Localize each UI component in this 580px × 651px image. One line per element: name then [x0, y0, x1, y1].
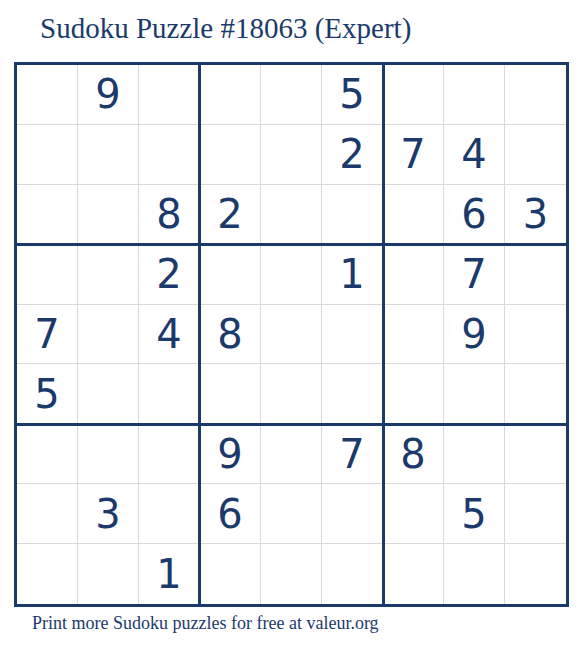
cell-r9c1[interactable] [17, 544, 78, 604]
cell-r3c3: 8 [139, 185, 200, 245]
cell-r9c3: 1 [139, 544, 200, 604]
cell-r1c2: 9 [78, 65, 139, 125]
cell-r6c6[interactable] [322, 364, 383, 424]
cell-r2c7: 7 [383, 125, 444, 185]
cell-r1c1[interactable] [17, 65, 78, 125]
cell-r7c7: 8 [383, 424, 444, 484]
cell-r1c6: 5 [322, 65, 383, 125]
cell-r4c5[interactable] [261, 245, 322, 305]
cell-r8c3[interactable] [139, 484, 200, 544]
cell-r4c9[interactable] [505, 245, 566, 305]
footer-caption: Print more Sudoku puzzles for free at va… [32, 613, 379, 634]
cell-r7c8[interactable] [444, 424, 505, 484]
cell-r9c7[interactable] [383, 544, 444, 604]
cell-r6c7[interactable] [383, 364, 444, 424]
cell-r9c9 [505, 544, 566, 604]
cell-r3c5[interactable] [261, 185, 322, 245]
cell-r7c1[interactable] [17, 424, 78, 484]
cell-r7c5[interactable] [261, 424, 322, 484]
cell-r8c6[interactable] [322, 484, 383, 544]
cell-r6c4[interactable] [200, 364, 261, 424]
cell-r5c3: 4 [139, 305, 200, 365]
cell-r5c1: 7 [17, 305, 78, 365]
cell-r8c8: 5 [444, 484, 505, 544]
cell-r3c1[interactable] [17, 185, 78, 245]
cell-r7c9[interactable] [505, 424, 566, 484]
cell-r1c9[interactable] [505, 65, 566, 125]
cell-r8c7[interactable] [383, 484, 444, 544]
cell-r2c9[interactable] [505, 125, 566, 185]
cell-r2c3[interactable] [139, 125, 200, 185]
cell-r5c8: 9 [444, 305, 505, 365]
cell-r4c1[interactable] [17, 245, 78, 305]
cell-r1c8[interactable] [444, 65, 505, 125]
cell-r8c1[interactable] [17, 484, 78, 544]
cell-r8c2: 3 [78, 484, 139, 544]
sudoku-board: 952748263217748959783651 [14, 62, 569, 607]
cell-r3c7[interactable] [383, 185, 444, 245]
cell-r2c1[interactable] [17, 125, 78, 185]
page-title: Sudoku Puzzle #18063 (Expert) [40, 12, 411, 45]
sudoku-print-page: Sudoku Puzzle #18063 (Expert) 9527482632… [0, 0, 580, 651]
cell-r6c5[interactable] [261, 364, 322, 424]
cell-r5c6[interactable] [322, 305, 383, 365]
cell-r6c1: 5 [17, 364, 78, 424]
cell-r2c6: 2 [322, 125, 383, 185]
cell-r1c7[interactable] [383, 65, 444, 125]
cell-r3c6[interactable] [322, 185, 383, 245]
cell-r1c5[interactable] [261, 65, 322, 125]
cell-r4c6: 1 [322, 245, 383, 305]
cell-r9c8[interactable] [444, 544, 505, 604]
cell-r4c3: 2 [139, 245, 200, 305]
cell-r7c4: 9 [200, 424, 261, 484]
cell-r5c7[interactable] [383, 305, 444, 365]
cell-r2c5[interactable] [261, 125, 322, 185]
cell-r3c9: 3 [505, 185, 566, 245]
cell-r1c4[interactable] [200, 65, 261, 125]
cell-r2c2[interactable] [78, 125, 139, 185]
cell-r6c3[interactable] [139, 364, 200, 424]
cell-r5c9[interactable] [505, 305, 566, 365]
cell-r8c5[interactable] [261, 484, 322, 544]
cell-r3c8: 6 [444, 185, 505, 245]
cell-r5c4: 8 [200, 305, 261, 365]
cell-r4c2[interactable] [78, 245, 139, 305]
cell-r3c4: 2 [200, 185, 261, 245]
cell-r9c2[interactable] [78, 544, 139, 604]
cell-r7c2[interactable] [78, 424, 139, 484]
cell-r8c4: 6 [200, 484, 261, 544]
cell-r5c5[interactable] [261, 305, 322, 365]
cell-r6c2[interactable] [78, 364, 139, 424]
cell-r4c7[interactable] [383, 245, 444, 305]
cell-r7c3[interactable] [139, 424, 200, 484]
cell-r7c6: 7 [322, 424, 383, 484]
cell-r6c9[interactable] [505, 364, 566, 424]
cell-r4c8: 7 [444, 245, 505, 305]
cell-r6c8[interactable] [444, 364, 505, 424]
cell-r9c6[interactable] [322, 544, 383, 604]
cell-r9c5[interactable] [261, 544, 322, 604]
cell-r2c8: 4 [444, 125, 505, 185]
cell-r2c4[interactable] [200, 125, 261, 185]
cell-r3c2[interactable] [78, 185, 139, 245]
cell-r1c3[interactable] [139, 65, 200, 125]
cell-r4c4[interactable] [200, 245, 261, 305]
cell-r9c4[interactable] [200, 544, 261, 604]
cell-r8c9[interactable] [505, 484, 566, 544]
cell-r5c2[interactable] [78, 305, 139, 365]
sudoku-grid: 952748263217748959783651 [17, 65, 566, 604]
